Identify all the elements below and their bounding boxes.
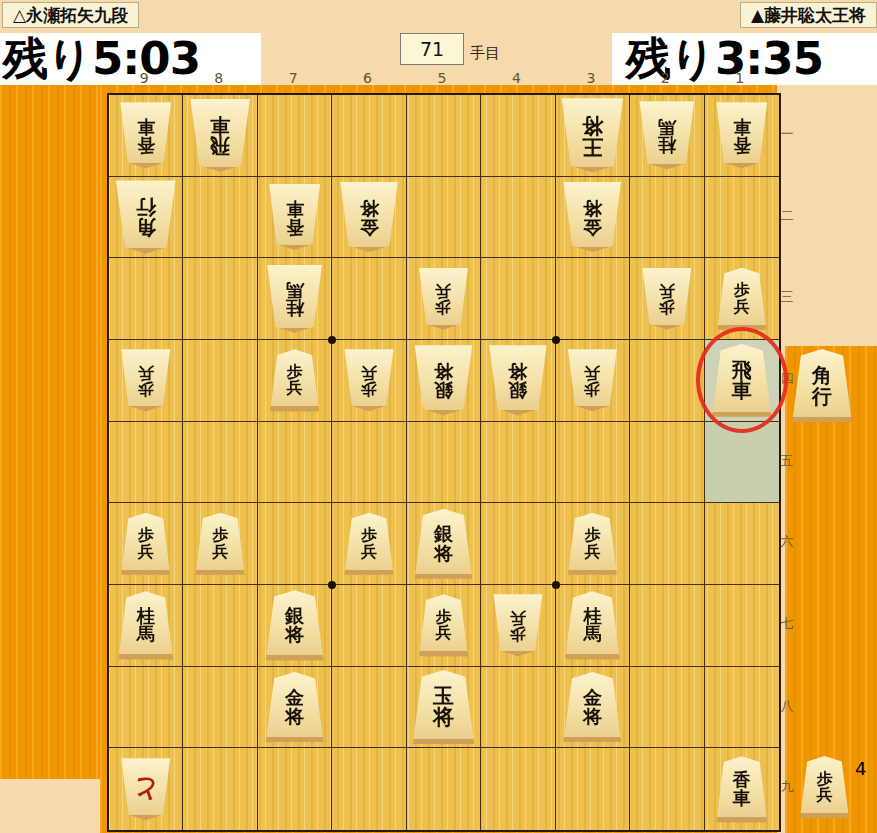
square-1八 [705,667,779,749]
square-1一: 香車 [705,95,779,177]
sente-piece-金将: 金将 [265,672,325,742]
sente-player-name: ▲藤井聡太王将 [751,5,866,25]
gote-piece-香車: 香車 [119,102,172,168]
shogi-board: 香車飛車王将桂馬香車角行香車金将金将桂馬歩兵歩兵歩兵歩兵歩兵歩兵銀将銀将歩兵飛車… [107,93,781,832]
gote-piece-角行: 角行 [115,180,177,253]
gote-piece-歩兵: 歩兵 [418,268,469,330]
square-6一 [332,95,406,177]
square-3四: 歩兵 [556,340,630,422]
square-3九 [556,748,630,830]
square-6六: 歩兵 [332,503,406,585]
square-1五 [705,422,779,504]
square-4四: 銀将 [481,340,555,422]
square-4六 [481,503,555,585]
sente-piece-歩兵: 歩兵 [344,513,395,575]
gote-player-label: △永瀬拓矢九段 [2,2,139,28]
square-5四: 銀将 [407,340,481,422]
square-5五 [407,422,481,504]
hoshi-dot [328,581,336,589]
gote-piece-歩兵: 歩兵 [120,349,171,411]
square-9三 [109,258,183,340]
square-4七: 歩兵 [481,585,555,667]
square-4三 [481,258,555,340]
sente-piece-桂馬: 桂馬 [117,591,174,659]
square-2五 [630,422,704,504]
square-5一 [407,95,481,177]
gote-piece-歩兵: 歩兵 [641,268,692,330]
square-9六: 歩兵 [109,503,183,585]
move-number-field[interactable]: 71 [400,33,464,65]
sente-piece-桂馬: 桂馬 [564,591,621,659]
square-7九 [258,748,332,830]
sente-player-label: ▲藤井聡太王将 [740,2,877,28]
square-9一: 香車 [109,95,183,177]
file-label: 8 [181,70,255,88]
gote-piece-と: と [120,758,171,820]
gote-piece-銀将: 銀将 [488,345,548,415]
square-7六 [258,503,332,585]
square-6二: 金将 [332,177,406,259]
file-label: 1 [703,70,777,88]
square-2六 [630,503,704,585]
square-9七: 桂馬 [109,585,183,667]
square-3三 [556,258,630,340]
square-7八: 金将 [258,667,332,749]
hoshi-dot [552,581,560,589]
file-coordinates: 987654321 [107,70,777,88]
square-8八 [183,667,257,749]
sente-hand-角行: 角行 [791,349,853,422]
gote-piece-歩兵: 歩兵 [344,349,395,411]
file-label: 6 [330,70,404,88]
square-5九 [407,748,481,830]
sente-piece-歩兵: 歩兵 [799,756,850,818]
square-1二 [705,177,779,259]
square-1三: 歩兵 [705,258,779,340]
square-8七 [183,585,257,667]
square-7三: 桂馬 [258,258,332,340]
shogi-broadcast-screen: △永瀬拓矢九段 ▲藤井聡太王将 残り5:03 残り3:35 71 手目 9876… [0,0,877,833]
square-8三 [183,258,257,340]
file-label: 2 [628,70,702,88]
square-6四: 歩兵 [332,340,406,422]
square-6三 [332,258,406,340]
square-9四: 歩兵 [109,340,183,422]
sente-hand-count: 4 [855,758,866,779]
square-9五 [109,422,183,504]
square-4五 [481,422,555,504]
sente-piece-歩兵: 歩兵 [418,594,469,656]
square-2二 [630,177,704,259]
square-9九: と [109,748,183,830]
gote-komadai-tray [0,85,100,779]
square-3六: 歩兵 [556,503,630,585]
file-label: 7 [256,70,330,88]
square-3二: 金将 [556,177,630,259]
move-number-suffix: 手目 [470,44,500,63]
square-3一: 王将 [556,95,630,177]
square-9二: 角行 [109,177,183,259]
square-2四 [630,340,704,422]
square-5二 [407,177,481,259]
gote-piece-飛車: 飛車 [189,99,251,172]
file-label: 3 [554,70,628,88]
sente-hand-歩兵: 歩兵 [799,756,850,818]
square-4一 [481,95,555,177]
square-3八: 金将 [556,667,630,749]
square-6九 [332,748,406,830]
gote-piece-歩兵: 歩兵 [567,349,618,411]
hoshi-dot [552,336,560,344]
square-8一: 飛車 [183,95,257,177]
square-6七 [332,585,406,667]
square-2七 [630,585,704,667]
sente-piece-銀将: 銀将 [265,590,325,660]
square-7一 [258,95,332,177]
gote-piece-桂馬: 桂馬 [266,265,323,333]
square-4八 [481,667,555,749]
square-3五 [556,422,630,504]
sente-piece-歩兵: 歩兵 [195,513,246,575]
square-2九 [630,748,704,830]
hoshi-dot [328,336,336,344]
sente-piece-金将: 金将 [562,672,622,742]
square-8五 [183,422,257,504]
square-7二: 香車 [258,177,332,259]
sente-piece-歩兵: 歩兵 [269,349,320,411]
square-5三: 歩兵 [407,258,481,340]
file-label: 9 [107,70,181,88]
square-2八 [630,667,704,749]
square-3七: 桂馬 [556,585,630,667]
gote-piece-金将: 金将 [562,182,622,252]
square-7四: 歩兵 [258,340,332,422]
file-label: 4 [479,70,553,88]
square-8六: 歩兵 [183,503,257,585]
file-label: 5 [405,70,479,88]
square-9八 [109,667,183,749]
square-2三: 歩兵 [630,258,704,340]
sente-piece-歩兵: 歩兵 [120,513,171,575]
sente-piece-角行: 角行 [791,349,853,422]
square-1九: 香車 [705,748,779,830]
square-8二 [183,177,257,259]
square-8九 [183,748,257,830]
gote-piece-銀将: 銀将 [413,345,473,415]
gote-piece-香車: 香車 [715,102,768,168]
square-1四: 飛車 [705,340,779,422]
gote-piece-香車: 香車 [268,184,321,250]
gote-piece-桂馬: 桂馬 [638,101,695,169]
square-7七: 銀将 [258,585,332,667]
square-5七: 歩兵 [407,585,481,667]
square-6五 [332,422,406,504]
gote-piece-金将: 金将 [339,182,399,252]
square-8四 [183,340,257,422]
square-4九 [481,748,555,830]
sente-piece-歩兵: 歩兵 [567,513,618,575]
square-2一: 桂馬 [630,95,704,177]
square-6八 [332,667,406,749]
gote-piece-歩兵: 歩兵 [492,594,543,656]
gote-piece-王将: 王将 [560,98,624,172]
sente-piece-香車: 香車 [715,756,768,822]
sente-piece-歩兵: 歩兵 [716,268,767,330]
square-5六: 銀将 [407,503,481,585]
gote-player-name: △永瀬拓矢九段 [13,5,128,25]
square-5八: 玉将 [407,667,481,749]
sente-piece-銀将: 銀将 [413,509,473,579]
sente-piece-飛車: 飛車 [711,344,773,417]
sente-piece-玉将: 玉将 [411,670,475,744]
square-7五 [258,422,332,504]
square-1六 [705,503,779,585]
square-1七 [705,585,779,667]
square-4二 [481,177,555,259]
